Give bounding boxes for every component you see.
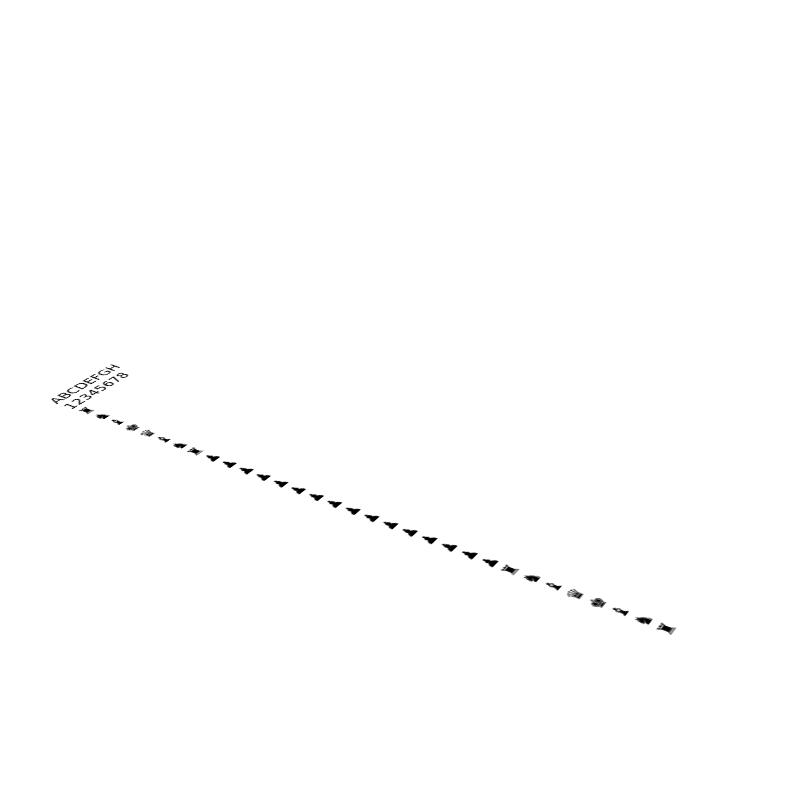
piece-silver-rook[interactable]: ♜ — [651, 619, 683, 638]
product-photo-stage: ABCDEFGH 12345678 ♜♞♝♚♛♝♞♜♟♟♟♟♟♟♟♟♟♟♟♟♟♟… — [0, 0, 800, 800]
scene: ABCDEFGH 12345678 ♜♞♝♚♛♝♞♜♟♟♟♟♟♟♟♟♟♟♟♟♟♟… — [0, 0, 800, 800]
chessboard: ABCDEFGH 12345678 ♜♞♝♚♛♝♞♜♟♟♟♟♟♟♟♟♟♟♟♟♟♟… — [45, 230, 724, 569]
